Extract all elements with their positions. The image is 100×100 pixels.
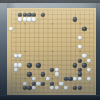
screen-photo — [0, 0, 100, 100]
screen-edge-left — [0, 3, 7, 96]
go-board[interactable] — [7, 8, 96, 95]
monitor-bezel-bottom — [0, 95, 100, 100]
stone-layer[interactable] — [9, 8, 96, 95]
screen-edge-right — [96, 3, 100, 96]
